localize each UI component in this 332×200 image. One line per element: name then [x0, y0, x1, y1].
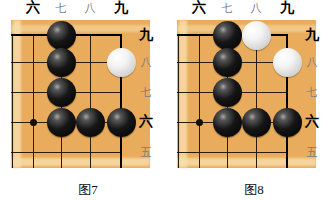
row-label: 六	[303, 114, 321, 130]
figure-caption: 图8	[176, 182, 332, 198]
row-label: 七	[303, 84, 321, 100]
white-stone-glyph: ○	[107, 48, 136, 77]
figure-caption: 图7	[10, 182, 166, 198]
row-label: 九	[137, 27, 155, 43]
margin-fade-top	[11, 25, 150, 32]
black-stone-glyph: ●	[107, 108, 136, 137]
white-stone: ○	[107, 48, 136, 77]
cut-fade-bottom	[177, 158, 316, 166]
column-label: 八	[247, 0, 265, 16]
black-stone: ●	[76, 108, 105, 137]
black-stone-glyph: ●	[47, 108, 76, 137]
go-diagram-figure-8: ●○●●●●●○ 图8 六七八九九八七六五	[166, 0, 332, 200]
white-stone-glyph: ○	[242, 21, 271, 50]
row-label: 七	[137, 84, 155, 100]
column-label: 七	[218, 0, 236, 16]
row-label: 九	[303, 27, 321, 43]
column-label: 七	[52, 0, 70, 16]
white-stone: ○	[242, 21, 271, 50]
grid-line-vertical	[12, 34, 13, 168]
row-label: 八	[303, 54, 321, 70]
black-stone-glyph: ●	[242, 108, 271, 137]
row-label: 八	[137, 54, 155, 70]
black-stone-glyph: ●	[273, 108, 302, 137]
black-stone-glyph: ●	[47, 78, 76, 107]
cut-fade-bottom	[11, 158, 150, 166]
black-stone: ●	[242, 108, 271, 137]
grid-line-horizontal	[177, 152, 287, 153]
black-stone: ●	[47, 78, 76, 107]
black-stone: ●	[213, 108, 242, 137]
cut-fade-left	[179, 20, 187, 168]
black-stone-glyph: ●	[213, 21, 242, 50]
column-label: 六	[190, 0, 208, 16]
page: ●●●●●●○ 图7 六七八九九八七六五 ●○●●●●●○ 图8 六七八九九八七…	[0, 0, 332, 200]
grid-line-vertical	[199, 34, 200, 168]
black-stone: ●	[47, 21, 76, 50]
black-stone-glyph: ●	[213, 78, 242, 107]
black-stone-glyph: ●	[213, 108, 242, 137]
row-label: 六	[137, 114, 155, 130]
grid-line-vertical	[178, 34, 179, 168]
black-stone: ●	[47, 108, 76, 137]
black-stone-glyph: ●	[47, 48, 76, 77]
black-stone-glyph: ●	[47, 21, 76, 50]
go-board: ●●●●●●○	[11, 20, 150, 168]
black-stone: ●	[107, 108, 136, 137]
black-stone: ●	[47, 48, 76, 77]
column-label: 八	[81, 0, 99, 16]
black-stone-glyph: ●	[76, 108, 105, 137]
white-stone: ○	[273, 48, 302, 77]
column-label: 九	[278, 0, 296, 16]
black-stone: ●	[273, 108, 302, 137]
grid-line-vertical	[256, 34, 257, 168]
row-label: 五	[303, 144, 321, 160]
column-label: 九	[112, 0, 130, 16]
grid-line-vertical	[90, 34, 91, 168]
go-diagram-figure-7: ●●●●●●○ 图7 六七八九九八七六五	[0, 0, 166, 200]
go-board: ●○●●●●●○	[177, 20, 316, 168]
cut-fade-left	[13, 20, 21, 168]
star-point	[196, 119, 203, 126]
row-label: 五	[137, 144, 155, 160]
black-stone: ●	[213, 78, 242, 107]
black-stone-glyph: ●	[213, 48, 242, 77]
black-stone: ●	[213, 21, 242, 50]
grid-line-horizontal	[11, 152, 121, 153]
white-stone-glyph: ○	[273, 48, 302, 77]
grid-line-vertical	[33, 34, 34, 168]
star-point	[30, 119, 37, 126]
column-label: 六	[24, 0, 42, 16]
black-stone: ●	[213, 48, 242, 77]
